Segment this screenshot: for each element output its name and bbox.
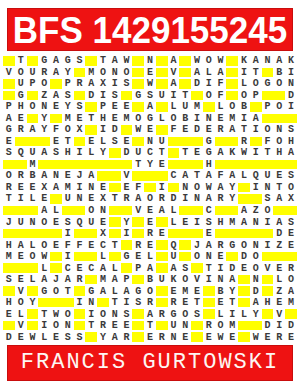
letter-cell: T [15,55,27,67]
letter-cell: E [15,251,27,263]
letter-cell: K [238,55,250,67]
letter-cell: A [144,101,156,113]
blocked-cell [3,90,15,102]
letter-cell: E [121,101,133,113]
letter-cell: I [179,193,191,205]
letter-cell: A [27,124,39,136]
letter-cell: A [250,113,262,125]
letter-cell: P [97,101,109,113]
letter-cell: N [85,297,97,309]
letter-cell: K [226,147,238,159]
letter-cell: J [74,170,86,182]
blocked-cell [109,170,121,182]
blocked-cell [273,90,285,102]
letter-cell: M [191,101,203,113]
letter-cell: I [273,320,285,332]
blocked-cell [215,159,227,171]
letter-cell: I [62,251,74,263]
blocked-cell [168,159,180,171]
blocked-cell [50,262,62,274]
blocked-cell [15,205,27,217]
letter-cell: E [85,136,97,148]
blocked-cell [285,205,297,217]
blocked-cell [109,228,121,240]
letter-cell: O [38,78,50,90]
blocked-cell [109,159,121,171]
letter-cell: E [132,251,144,263]
letter-cell: E [215,251,227,263]
letter-cell: C [62,262,74,274]
letter-cell: O [250,78,262,90]
blocked-cell [168,228,180,240]
letter-cell: L [273,274,285,286]
blocked-cell [215,228,227,240]
letter-cell: P [250,90,262,102]
letter-cell: N [179,320,191,332]
letter-cell: V [132,205,144,217]
letter-cell: N [144,136,156,148]
blocked-cell [262,308,274,320]
blocked-cell [27,320,39,332]
letter-cell: O [238,239,250,251]
letter-cell: C [203,205,215,217]
letter-cell: E [62,170,74,182]
blocked-cell [285,113,297,125]
letter-cell: I [109,78,121,90]
blocked-cell [85,228,97,240]
blocked-cell [132,55,144,67]
letter-cell: J [3,216,15,228]
blocked-cell [97,170,109,182]
letter-cell: S [121,308,133,320]
letter-cell: I [203,78,215,90]
letter-cell: O [97,67,109,79]
letter-cell: D [3,331,15,343]
letter-cell: O [27,251,39,263]
letter-cell: E [121,182,133,194]
letter-cell: E [121,136,133,148]
blocked-cell [132,228,144,240]
letter-cell: W [144,78,156,90]
letter-cell: T [262,147,274,159]
blocked-cell [121,239,133,251]
blocked-cell [109,251,121,263]
letter-cell: L [238,78,250,90]
letter-cell: E [285,331,297,343]
letter-cell: P [132,262,144,274]
letter-cell: F [132,182,144,194]
blocked-cell [85,331,97,343]
blocked-cell [179,136,191,148]
letter-cell: D [121,147,133,159]
blocked-cell [238,182,250,194]
blocked-cell [85,251,97,263]
letter-cell: A [203,193,215,205]
crossword-grid: TGAGSTAWNAWOWKANAKVOURAYMONOEVALAITBIUPO… [3,55,297,343]
letter-cell: E [109,113,121,125]
letter-cell: U [85,216,97,228]
blocked-cell [74,228,86,240]
blocked-cell [156,285,168,297]
blocked-cell [179,205,191,217]
blocked-cell [27,90,39,102]
letter-cell: P [121,274,133,286]
letter-cell: V [15,285,27,297]
letter-cell: A [38,170,50,182]
letter-cell: E [109,320,121,332]
letter-cell: R [74,78,86,90]
blocked-cell [109,216,121,228]
letter-cell: Q [74,216,86,228]
blocked-cell [121,262,133,274]
letter-cell: U [168,251,180,263]
letter-cell: N [109,67,121,79]
letter-cell: O [191,182,203,194]
letter-cell: N [191,193,203,205]
letter-cell: O [238,90,250,102]
letter-cell: O [15,67,27,79]
letter-cell: A [109,274,121,286]
letter-cell: S [262,193,274,205]
letter-cell: N [250,274,262,286]
blocked-cell [97,159,109,171]
letter-cell: S [50,147,62,159]
letter-cell: A [168,55,180,67]
letter-cell: S [203,216,215,228]
letter-cell: J [50,274,62,286]
letter-cell: T [191,170,203,182]
letter-cell: G [85,285,97,297]
letter-cell: X [97,78,109,90]
letter-cell: R [144,228,156,240]
letter-cell: L [168,101,180,113]
blocked-cell [179,55,191,67]
blocked-cell [179,159,191,171]
letter-cell: A [168,78,180,90]
blocked-cell [250,101,262,113]
blocked-cell [121,205,133,217]
letter-cell: R [97,320,109,332]
letter-cell: A [285,147,297,159]
blocked-cell [74,251,86,263]
letter-cell: R [156,193,168,205]
letter-cell: O [203,55,215,67]
blocked-cell [250,159,262,171]
letter-cell: M [179,285,191,297]
blocked-cell [203,101,215,113]
letter-cell: A [191,67,203,79]
blocked-cell [62,297,74,309]
letter-cell: I [121,228,133,240]
letter-cell: T [191,297,203,309]
blocked-cell [85,159,97,171]
blocked-cell [144,170,156,182]
blocked-cell [262,113,274,125]
letter-cell: T [156,147,168,159]
letter-cell: A [203,239,215,251]
letter-cell: D [262,320,274,332]
letter-cell: M [97,274,109,286]
letter-cell: U [15,216,27,228]
letter-cell: L [15,308,27,320]
letter-cell: R [156,331,168,343]
letter-cell: P [27,78,39,90]
letter-cell: O [27,101,39,113]
blocked-cell [62,159,74,171]
letter-cell: E [191,147,203,159]
letter-cell: O [50,285,62,297]
blocked-cell [238,274,250,286]
letter-cell: A [85,170,97,182]
letter-cell: Y [226,182,238,194]
blocked-cell [238,228,250,240]
letter-cell: M [62,182,74,194]
letter-cell: A [109,55,121,67]
letter-cell: R [15,170,27,182]
author-banner: FRANCIS GURTOWSKI [7,345,293,381]
blocked-cell [226,55,238,67]
blocked-cell [156,101,168,113]
letter-cell: S [74,331,86,343]
blocked-cell [27,205,39,217]
letter-cell: M [62,113,74,125]
blocked-cell [85,124,97,136]
letter-cell: N [203,251,215,263]
letter-cell: I [15,193,27,205]
blocked-cell [168,147,180,159]
letter-cell: F [215,170,227,182]
letter-cell: G [203,147,215,159]
letter-cell: S [62,216,74,228]
blocked-cell [226,78,238,90]
blocked-cell [262,274,274,286]
letter-cell: H [215,216,227,228]
blocked-cell [285,251,297,263]
letter-cell: B [27,170,39,182]
letter-cell: T [62,136,74,148]
letter-cell: D [226,262,238,274]
letter-cell: O [273,136,285,148]
letter-cell: O [226,101,238,113]
letter-cell: T [85,113,97,125]
letter-cell: E [226,331,238,343]
letter-cell: J [191,239,203,251]
blocked-cell [38,136,50,148]
letter-cell: N [144,55,156,67]
letter-cell: L [27,274,39,286]
letter-cell: M [226,216,238,228]
letter-cell: S [285,216,297,228]
letter-cell: A [109,331,121,343]
letter-cell: L [27,193,39,205]
letter-cell: G [262,78,274,90]
letter-cell: E [15,113,27,125]
blocked-cell [191,205,203,217]
letter-cell: E [203,331,215,343]
blocked-cell [3,320,15,332]
letter-cell: U [156,136,168,148]
letter-cell: T [109,239,121,251]
blocked-cell [250,136,262,148]
letter-cell: I [121,297,133,309]
letter-cell: T [179,90,191,102]
letter-cell: E [215,113,227,125]
blocked-cell [38,228,50,240]
letter-cell: O [262,205,274,217]
letter-cell: S [121,78,133,90]
letter-cell: N [250,239,262,251]
blocked-cell [203,308,215,320]
blocked-cell [156,124,168,136]
letter-cell: M [85,67,97,79]
letter-cell: P [262,101,274,113]
letter-cell: S [3,274,15,286]
blocked-cell [226,251,238,263]
letter-cell: D [250,285,262,297]
letter-cell: U [132,147,144,159]
letter-cell: S [109,136,121,148]
blocked-cell [156,297,168,309]
letter-cell: L [97,251,109,263]
letter-cell: E [144,331,156,343]
letter-cell: Y [38,124,50,136]
letter-cell: I [156,182,168,194]
letter-cell: X [285,193,297,205]
letter-cell: N [250,216,262,228]
letter-cell: N [74,193,86,205]
letter-cell: W [191,55,203,67]
letter-cell: E [15,182,27,194]
letter-cell: A [285,285,297,297]
letter-cell: R [121,193,133,205]
blocked-cell [85,55,97,67]
letter-cell: A [250,55,262,67]
blocked-cell [85,274,97,286]
letter-cell: I [97,124,109,136]
letter-cell: E [156,228,168,240]
letter-cell: S [285,170,297,182]
blocked-cell [27,285,39,297]
letter-cell: E [15,274,27,286]
letter-cell: I [250,147,262,159]
letter-cell: L [203,67,215,79]
blocked-cell [215,136,227,148]
letter-cell: A [97,285,109,297]
letter-cell: Y [62,67,74,79]
letter-cell: I [226,308,238,320]
blocked-cell [15,228,27,240]
letter-cell: L [238,308,250,320]
blocked-cell [156,239,168,251]
letter-cell: A [144,308,156,320]
letter-cell: G [132,285,144,297]
letter-cell: P [3,101,15,113]
letter-cell: H [62,147,74,159]
letter-cell: A [215,147,227,159]
letter-cell: I [38,320,50,332]
letter-cell: U [156,274,168,286]
letter-cell: H [273,147,285,159]
letter-cell: N [27,216,39,228]
letter-cell: A [226,170,238,182]
blocked-cell [156,251,168,263]
letter-cell: W [250,331,262,343]
letter-cell: A [156,205,168,217]
letter-cell: R [121,331,133,343]
letter-cell: E [144,216,156,228]
letter-cell: H [203,159,215,171]
letter-cell: G [62,55,74,67]
blocked-cell [132,308,144,320]
letter-cell: G [144,113,156,125]
letter-cell: V [121,170,133,182]
letter-cell: B [215,285,227,297]
letter-cell: E [262,331,274,343]
book-cover: BFS 1429155245 TGAGSTAWNAWOWKANAKVOURAYM… [0,0,300,388]
letter-cell: I [285,67,297,79]
letter-cell: R [144,297,156,309]
letter-cell: E [191,285,203,297]
blocked-cell [132,320,144,332]
blocked-cell [121,124,133,136]
letter-cell: N [262,55,274,67]
letter-cell: U [179,101,191,113]
letter-cell: E [97,216,109,228]
blocked-cell [273,205,285,217]
blocked-cell [262,159,274,171]
letter-cell: Q [168,239,180,251]
letter-cell: E [285,239,297,251]
letter-cell: E [179,331,191,343]
letter-cell: O [179,274,191,286]
letter-cell: R [215,239,227,251]
blocked-cell [27,228,39,240]
blocked-cell [132,170,144,182]
letter-cell: A [38,274,50,286]
letter-cell: G [132,90,144,102]
letter-cell: A [250,297,262,309]
letter-cell: S [179,262,191,274]
letter-cell: N [168,331,180,343]
blocked-cell [97,297,109,309]
letter-cell: T [38,308,50,320]
blocked-cell [27,136,39,148]
letter-cell: A [168,262,180,274]
blocked-cell [144,182,156,194]
letter-cell: O [62,124,74,136]
letter-cell: W [50,308,62,320]
letter-cell: W [203,182,215,194]
letter-cell: R [203,320,215,332]
blocked-cell [179,251,191,263]
letter-cell: M [285,297,297,309]
letter-cell: O [250,262,262,274]
blocked-cell [50,251,62,263]
blocked-cell [168,182,180,194]
letter-cell: K [285,55,297,67]
letter-cell: W [215,331,227,343]
letter-cell: X [97,193,109,205]
letter-cell: O [3,170,15,182]
letter-cell: R [74,274,86,286]
blocked-cell [191,136,203,148]
letter-cell: E [50,136,62,148]
letter-cell: O [97,308,109,320]
letter-cell: I [238,67,250,79]
blocked-cell [132,274,144,286]
letter-cell: A [203,170,215,182]
letter-cell: L [238,170,250,182]
